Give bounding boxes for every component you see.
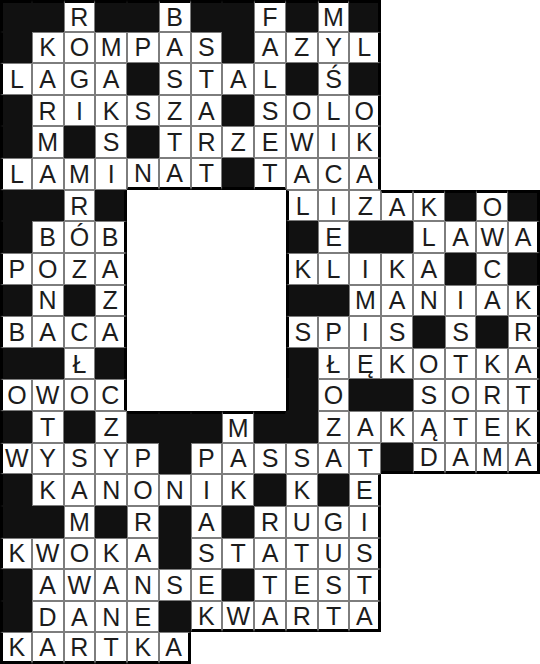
letter-cell-r12c14[interactable]: O xyxy=(413,348,445,380)
outside-area xyxy=(508,569,540,601)
letter-cell-r13c2[interactable]: W xyxy=(32,379,64,411)
letter-cell-r16c3[interactable]: A xyxy=(64,474,96,506)
letter-cell-r17c9[interactable]: R xyxy=(254,506,286,538)
letter-cell-r14c15[interactable]: T xyxy=(445,411,477,443)
letter-cell-r16c5[interactable]: O xyxy=(127,474,159,506)
letter-cell-r10c4[interactable]: Z xyxy=(95,285,127,317)
outside-area xyxy=(508,538,540,570)
letter-cell-r14c2[interactable]: T xyxy=(32,411,64,443)
letter-cell-r15c10[interactable]: S xyxy=(286,443,318,475)
letter-cell-r14c12[interactable]: A xyxy=(349,411,381,443)
letter-cell-r10c14[interactable]: N xyxy=(413,285,445,317)
letter-cell-r6c7[interactable]: T xyxy=(191,158,223,190)
letter-cell-r19c10[interactable]: E xyxy=(286,569,318,601)
letter-cell-r13c1[interactable]: O xyxy=(0,379,32,411)
letter-cell-r19c11[interactable]: S xyxy=(318,569,350,601)
letter-cell-r6c4[interactable]: I xyxy=(95,158,127,190)
outside-area xyxy=(191,632,223,664)
block-cell xyxy=(254,411,286,443)
letter-cell-r19c12[interactable]: T xyxy=(349,569,381,601)
picture-window xyxy=(254,190,286,222)
block-cell xyxy=(222,95,254,127)
picture-window xyxy=(254,221,286,253)
letter-cell-r19c3[interactable]: W xyxy=(64,569,96,601)
picture-window xyxy=(191,221,223,253)
letter-cell-r13c16[interactable]: R xyxy=(476,379,508,411)
letter-cell-r4c11[interactable]: L xyxy=(318,95,350,127)
letter-cell-r2c3[interactable]: O xyxy=(64,32,96,64)
letter-cell-r15c2[interactable]: Y xyxy=(32,443,64,475)
letter-cell-r11c15[interactable]: S xyxy=(445,316,477,348)
letter-cell-r3c11[interactable]: Ś xyxy=(318,63,350,95)
letter-cell-r14c8[interactable]: M xyxy=(222,411,254,443)
letter-cell-r11c11[interactable]: P xyxy=(318,316,350,348)
letter-cell-r5c7[interactable]: R xyxy=(191,126,223,158)
letter-cell-r18c4[interactable]: K xyxy=(95,538,127,570)
letter-cell-r15c1[interactable]: W xyxy=(0,443,32,475)
letter-cell-r16c2[interactable]: K xyxy=(32,474,64,506)
block-cell xyxy=(32,190,64,222)
letter-cell-r15c16[interactable]: M xyxy=(476,443,508,475)
letter-cell-r16c8[interactable]: K xyxy=(222,474,254,506)
letter-cell-r15c3[interactable]: S xyxy=(64,443,96,475)
letter-cell-r13c4[interactable]: C xyxy=(95,379,127,411)
letter-cell-r20c11[interactable]: T xyxy=(318,601,350,633)
outside-area xyxy=(381,474,413,506)
letter-cell-r9c4[interactable]: A xyxy=(95,253,127,285)
outside-area xyxy=(286,632,318,664)
letter-cell-r6c1[interactable]: L xyxy=(0,158,32,190)
outside-area xyxy=(476,632,508,664)
picture-window xyxy=(159,190,191,222)
letter-cell-r21c1[interactable]: K xyxy=(0,632,32,664)
letter-cell-r5c12[interactable]: K xyxy=(349,126,381,158)
letter-cell-r9c3[interactable]: Z xyxy=(64,253,96,285)
picture-window xyxy=(222,190,254,222)
letter-cell-r19c2[interactable]: A xyxy=(32,569,64,601)
letter-cell-r13c17[interactable]: T xyxy=(508,379,540,411)
letter-cell-r3c8[interactable]: A xyxy=(222,63,254,95)
outside-area xyxy=(381,569,413,601)
outside-area xyxy=(445,474,477,506)
letter-cell-r16c6[interactable]: N xyxy=(159,474,191,506)
picture-window xyxy=(191,316,223,348)
letter-cell-r21c6[interactable]: A xyxy=(159,632,191,664)
letter-cell-r2c5[interactable]: P xyxy=(127,32,159,64)
letter-cell-r11c4[interactable]: A xyxy=(95,316,127,348)
letter-cell-r13c11[interactable]: O xyxy=(318,379,350,411)
letter-cell-r6c3[interactable]: M xyxy=(64,158,96,190)
letter-cell-r5c9[interactable]: E xyxy=(254,126,286,158)
letter-cell-r14c17[interactable]: K xyxy=(508,411,540,443)
letter-cell-r10c17[interactable]: K xyxy=(508,285,540,317)
outside-area xyxy=(413,32,445,64)
block-cell xyxy=(32,506,64,538)
outside-area xyxy=(381,506,413,538)
outside-area xyxy=(476,569,508,601)
letter-cell-r2c10[interactable]: Z xyxy=(286,32,318,64)
block-cell xyxy=(286,221,318,253)
letter-cell-r12c15[interactable]: T xyxy=(445,348,477,380)
outside-area xyxy=(381,158,413,190)
block-cell xyxy=(349,379,381,411)
letter-cell-r4c10[interactable]: O xyxy=(286,95,318,127)
letter-cell-r6c12[interactable]: A xyxy=(349,158,381,190)
outside-area xyxy=(381,0,413,32)
letter-cell-r16c10[interactable]: K xyxy=(286,474,318,506)
block-cell xyxy=(0,569,32,601)
letter-cell-r2c11[interactable]: Y xyxy=(318,32,350,64)
picture-window xyxy=(127,253,159,285)
letter-cell-r2c9[interactable]: A xyxy=(254,32,286,64)
letter-cell-r7c12[interactable]: Z xyxy=(349,190,381,222)
letter-cell-r9c14[interactable]: A xyxy=(413,253,445,285)
letter-cell-r11c10[interactable]: S xyxy=(286,316,318,348)
letter-cell-r15c9[interactable]: S xyxy=(254,443,286,475)
picture-window xyxy=(222,221,254,253)
picture-window xyxy=(159,348,191,380)
picture-window xyxy=(127,316,159,348)
letter-cell-r8c4[interactable]: B xyxy=(95,221,127,253)
picture-window xyxy=(254,348,286,380)
letter-cell-r8c11[interactable]: E xyxy=(318,221,350,253)
letter-cell-r14c13[interactable]: K xyxy=(381,411,413,443)
letter-cell-r4c4[interactable]: K xyxy=(95,95,127,127)
block-cell xyxy=(286,0,318,32)
letter-cell-r15c14[interactable]: D xyxy=(413,443,445,475)
letter-cell-r6c11[interactable]: C xyxy=(318,158,350,190)
letter-cell-r9c10[interactable]: K xyxy=(286,253,318,285)
letter-cell-r17c12[interactable]: I xyxy=(349,506,381,538)
outside-area xyxy=(445,601,477,633)
outside-area xyxy=(445,95,477,127)
letter-cell-r16c4[interactable]: N xyxy=(95,474,127,506)
picture-window xyxy=(127,348,159,380)
picture-window xyxy=(159,253,191,285)
letter-cell-r5c2[interactable]: M xyxy=(32,126,64,158)
letter-cell-r15c12[interactable]: T xyxy=(349,443,381,475)
block-cell xyxy=(476,316,508,348)
letter-cell-r16c7[interactable]: I xyxy=(191,474,223,506)
outside-area xyxy=(508,601,540,633)
picture-window xyxy=(222,379,254,411)
letter-cell-r6c10[interactable]: A xyxy=(286,158,318,190)
outside-area xyxy=(476,474,508,506)
letter-cell-r19c6[interactable]: S xyxy=(159,569,191,601)
letter-cell-r3c4[interactable]: A xyxy=(95,63,127,95)
letter-cell-r19c4[interactable]: A xyxy=(95,569,127,601)
letter-cell-r14c16[interactable]: E xyxy=(476,411,508,443)
letter-cell-r18c12[interactable]: S xyxy=(349,538,381,570)
outside-area xyxy=(413,601,445,633)
letter-cell-r10c15[interactable]: I xyxy=(445,285,477,317)
block-cell xyxy=(381,221,413,253)
letter-cell-r20c9[interactable]: A xyxy=(254,601,286,633)
letter-cell-r20c5[interactable]: E xyxy=(127,601,159,633)
letter-cell-r14c14[interactable]: Ą xyxy=(413,411,445,443)
block-cell xyxy=(64,411,96,443)
letter-cell-r12c13[interactable]: K xyxy=(381,348,413,380)
block-cell xyxy=(254,474,286,506)
letter-cell-r10c13[interactable]: A xyxy=(381,285,413,317)
block-cell xyxy=(349,0,381,32)
block-cell xyxy=(349,63,381,95)
letter-cell-r18c3[interactable]: O xyxy=(64,538,96,570)
block-cell xyxy=(0,474,32,506)
letter-cell-r13c14[interactable]: S xyxy=(413,379,445,411)
block-cell xyxy=(159,506,191,538)
block-cell xyxy=(318,474,350,506)
letter-cell-r12c16[interactable]: K xyxy=(476,348,508,380)
letter-cell-r11c12[interactable]: I xyxy=(349,316,381,348)
letter-cell-r17c10[interactable]: U xyxy=(286,506,318,538)
block-cell xyxy=(222,506,254,538)
picture-window xyxy=(159,379,191,411)
block-cell xyxy=(159,601,191,633)
letter-cell-r9c1[interactable]: P xyxy=(0,253,32,285)
letter-cell-r2c12[interactable]: L xyxy=(349,32,381,64)
letter-cell-r7c3[interactable]: R xyxy=(64,190,96,222)
letter-cell-r15c17[interactable]: A xyxy=(508,443,540,475)
letter-cell-r5c8[interactable]: Z xyxy=(222,126,254,158)
outside-area xyxy=(222,632,254,664)
block-cell xyxy=(159,411,191,443)
letter-cell-r18c10[interactable]: T xyxy=(286,538,318,570)
letter-cell-r3c7[interactable]: T xyxy=(191,63,223,95)
block-cell xyxy=(95,0,127,32)
letter-cell-r4c6[interactable]: Z xyxy=(159,95,191,127)
letter-cell-r6c9[interactable]: T xyxy=(254,158,286,190)
block-cell xyxy=(191,0,223,32)
block-cell xyxy=(508,190,540,222)
block-cell xyxy=(381,443,413,475)
letter-cell-r3c6[interactable]: S xyxy=(159,63,191,95)
letter-cell-r6c6[interactable]: A xyxy=(159,158,191,190)
letter-cell-r17c5[interactable]: R xyxy=(127,506,159,538)
outside-area xyxy=(476,158,508,190)
letter-cell-r10c2[interactable]: N xyxy=(32,285,64,317)
letter-cell-r8c2[interactable]: B xyxy=(32,221,64,253)
block-cell xyxy=(286,348,318,380)
picture-window xyxy=(191,348,223,380)
outside-area xyxy=(476,63,508,95)
block-cell xyxy=(0,601,32,633)
letter-cell-r20c8[interactable]: W xyxy=(222,601,254,633)
picture-window xyxy=(127,221,159,253)
letter-cell-r15c7[interactable]: P xyxy=(191,443,223,475)
letter-cell-r3c9[interactable]: L xyxy=(254,63,286,95)
letter-cell-r21c5[interactable]: K xyxy=(127,632,159,664)
block-cell xyxy=(222,32,254,64)
outside-area xyxy=(476,506,508,538)
picture-window xyxy=(159,285,191,317)
outside-area xyxy=(413,158,445,190)
letter-cell-r4c3[interactable]: I xyxy=(64,95,96,127)
letter-cell-r15c5[interactable]: P xyxy=(127,443,159,475)
outside-area xyxy=(445,569,477,601)
picture-window xyxy=(254,253,286,285)
block-cell xyxy=(127,126,159,158)
letter-cell-r18c5[interactable]: A xyxy=(127,538,159,570)
letter-cell-r8c17[interactable]: A xyxy=(508,221,540,253)
crossword-board: RBFMKOMPASAZYLLAGASTALŚRIKSZASOLOMSTRZEW… xyxy=(0,0,540,664)
block-cell xyxy=(508,253,540,285)
letter-cell-r11c2[interactable]: A xyxy=(32,316,64,348)
letter-cell-r2c6[interactable]: A xyxy=(159,32,191,64)
picture-window xyxy=(159,316,191,348)
letter-cell-r3c2[interactable]: A xyxy=(32,63,64,95)
letter-cell-r17c7[interactable]: A xyxy=(191,506,223,538)
outside-area xyxy=(476,126,508,158)
block-cell xyxy=(0,95,32,127)
outside-area xyxy=(476,601,508,633)
picture-window xyxy=(222,316,254,348)
letter-cell-r18c1[interactable]: K xyxy=(0,538,32,570)
letter-cell-r1c3[interactable]: R xyxy=(64,0,96,32)
letter-cell-r10c16[interactable]: A xyxy=(476,285,508,317)
letter-cell-r15c8[interactable]: A xyxy=(222,443,254,475)
letter-cell-r20c12[interactable]: A xyxy=(349,601,381,633)
letter-cell-r19c5[interactable]: N xyxy=(127,569,159,601)
block-cell xyxy=(286,411,318,443)
outside-area xyxy=(381,632,413,664)
letter-cell-r4c7[interactable]: A xyxy=(191,95,223,127)
letter-cell-r10c12[interactable]: M xyxy=(349,285,381,317)
block-cell xyxy=(413,316,445,348)
block-cell xyxy=(222,0,254,32)
letter-cell-r17c11[interactable]: G xyxy=(318,506,350,538)
letter-cell-r9c11[interactable]: L xyxy=(318,253,350,285)
letter-cell-r11c13[interactable]: S xyxy=(381,316,413,348)
outside-area xyxy=(508,32,540,64)
letter-cell-r20c3[interactable]: A xyxy=(64,601,96,633)
letter-cell-r4c2[interactable]: R xyxy=(32,95,64,127)
letter-cell-r21c4[interactable]: T xyxy=(95,632,127,664)
letter-cell-r11c17[interactable]: R xyxy=(508,316,540,348)
letter-cell-r5c10[interactable]: W xyxy=(286,126,318,158)
letter-cell-r19c9[interactable]: T xyxy=(254,569,286,601)
outside-area xyxy=(445,506,477,538)
letter-cell-r15c15[interactable]: A xyxy=(445,443,477,475)
block-cell xyxy=(286,63,318,95)
letter-cell-r9c16[interactable]: C xyxy=(476,253,508,285)
letter-cell-r7c16[interactable]: O xyxy=(476,190,508,222)
letter-cell-r1c6[interactable]: B xyxy=(159,0,191,32)
letter-cell-r6c2[interactable]: A xyxy=(32,158,64,190)
letter-cell-r2c2[interactable]: K xyxy=(32,32,64,64)
letter-cell-r1c11[interactable]: M xyxy=(318,0,350,32)
block-cell xyxy=(95,348,127,380)
outside-area xyxy=(413,632,445,664)
letter-cell-r21c2[interactable]: A xyxy=(32,632,64,664)
letter-cell-r9c2[interactable]: O xyxy=(32,253,64,285)
picture-window xyxy=(191,190,223,222)
letter-cell-r12c12[interactable]: Ę xyxy=(349,348,381,380)
letter-cell-r11c1[interactable]: B xyxy=(0,316,32,348)
letter-cell-r7c13[interactable]: A xyxy=(381,190,413,222)
letter-cell-r7c11[interactable]: I xyxy=(318,190,350,222)
block-cell xyxy=(159,538,191,570)
outside-area xyxy=(413,63,445,95)
block-cell xyxy=(349,221,381,253)
block-cell xyxy=(95,506,127,538)
outside-area xyxy=(381,32,413,64)
letter-cell-r12c3[interactable]: Ł xyxy=(64,348,96,380)
letter-cell-r19c7[interactable]: E xyxy=(191,569,223,601)
letter-cell-r5c4[interactable]: S xyxy=(95,126,127,158)
block-cell xyxy=(0,285,32,317)
outside-area xyxy=(413,538,445,570)
letter-cell-r15c11[interactable]: A xyxy=(318,443,350,475)
block-cell xyxy=(445,190,477,222)
letter-cell-r18c2[interactable]: W xyxy=(32,538,64,570)
letter-cell-r18c8[interactable]: T xyxy=(222,538,254,570)
letter-cell-r20c2[interactable]: D xyxy=(32,601,64,633)
letter-cell-r7c14[interactable]: K xyxy=(413,190,445,222)
letter-cell-r18c11[interactable]: U xyxy=(318,538,350,570)
outside-area xyxy=(413,569,445,601)
letter-cell-r20c7[interactable]: K xyxy=(191,601,223,633)
letter-cell-r12c17[interactable]: A xyxy=(508,348,540,380)
letter-cell-r8c3[interactable]: Ó xyxy=(64,221,96,253)
letter-cell-r11c3[interactable]: C xyxy=(64,316,96,348)
block-cell xyxy=(318,285,350,317)
outside-area xyxy=(508,0,540,32)
outside-area xyxy=(445,32,477,64)
picture-window xyxy=(254,316,286,348)
block-cell xyxy=(127,0,159,32)
letter-cell-r8c16[interactable]: W xyxy=(476,221,508,253)
letter-cell-r15c4[interactable]: Y xyxy=(95,443,127,475)
letter-cell-r12c11[interactable]: Ł xyxy=(318,348,350,380)
outside-area xyxy=(445,63,477,95)
letter-cell-r18c7[interactable]: S xyxy=(191,538,223,570)
letter-cell-r16c12[interactable]: E xyxy=(349,474,381,506)
letter-cell-r8c15[interactable]: A xyxy=(445,221,477,253)
letter-cell-r5c6[interactable]: T xyxy=(159,126,191,158)
outside-area xyxy=(508,632,540,664)
outside-area xyxy=(508,474,540,506)
letter-cell-r3c1[interactable]: L xyxy=(0,63,32,95)
letter-cell-r8c14[interactable]: L xyxy=(413,221,445,253)
letter-cell-r13c15[interactable]: O xyxy=(445,379,477,411)
letter-cell-r3c3[interactable]: G xyxy=(64,63,96,95)
letter-cell-r20c4[interactable]: N xyxy=(95,601,127,633)
letter-cell-r7c10[interactable]: L xyxy=(286,190,318,222)
letter-cell-r18c9[interactable]: A xyxy=(254,538,286,570)
letter-cell-r13c3[interactable]: O xyxy=(64,379,96,411)
letter-cell-r2c4[interactable]: M xyxy=(95,32,127,64)
letter-cell-r2c7[interactable]: S xyxy=(191,32,223,64)
letter-cell-r4c12[interactable]: O xyxy=(349,95,381,127)
letter-cell-r14c4[interactable]: Z xyxy=(95,411,127,443)
block-cell xyxy=(222,569,254,601)
letter-cell-r9c12[interactable]: I xyxy=(349,253,381,285)
letter-cell-r5c11[interactable]: I xyxy=(318,126,350,158)
picture-window xyxy=(191,379,223,411)
letter-cell-r14c11[interactable]: Z xyxy=(318,411,350,443)
letter-cell-r4c5[interactable]: S xyxy=(127,95,159,127)
letter-cell-r1c9[interactable]: F xyxy=(254,0,286,32)
block-cell xyxy=(64,126,96,158)
letter-cell-r4c9[interactable]: S xyxy=(254,95,286,127)
letter-cell-r21c3[interactable]: R xyxy=(64,632,96,664)
letter-cell-r9c13[interactable]: K xyxy=(381,253,413,285)
letter-cell-r6c5[interactable]: N xyxy=(127,158,159,190)
letter-cell-r17c3[interactable]: M xyxy=(64,506,96,538)
letter-cell-r20c10[interactable]: R xyxy=(286,601,318,633)
outside-area xyxy=(349,632,381,664)
